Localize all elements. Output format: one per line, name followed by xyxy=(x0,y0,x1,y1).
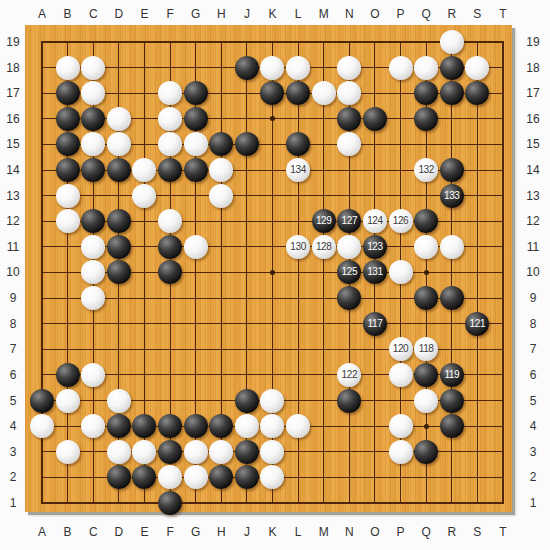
stone-black[interactable] xyxy=(235,465,259,489)
coordinate-label: 13 xyxy=(522,188,544,204)
move-number: 124 xyxy=(367,216,383,226)
stone-black[interactable] xyxy=(209,465,233,489)
stone-black[interactable]: 125 xyxy=(337,260,361,284)
stone-white[interactable]: 126 xyxy=(389,209,413,233)
coordinate-label: N xyxy=(338,6,360,22)
coordinate-label: 13 xyxy=(2,188,24,204)
stone-white[interactable] xyxy=(389,440,413,464)
coordinate-label: 1 xyxy=(522,495,544,511)
stone-black[interactable]: 119 xyxy=(440,363,464,387)
move-number: 128 xyxy=(316,242,332,252)
stone-black[interactable] xyxy=(132,465,156,489)
stone-black[interactable] xyxy=(209,132,233,156)
stone-white[interactable] xyxy=(81,81,105,105)
stone-black[interactable] xyxy=(414,107,438,131)
stone-black[interactable] xyxy=(235,56,259,80)
stone-white[interactable]: 120 xyxy=(389,337,413,361)
stone-white[interactable] xyxy=(184,235,208,259)
stone-black[interactable]: 129 xyxy=(312,209,336,233)
stone-black[interactable] xyxy=(107,235,131,259)
coordinate-label: P xyxy=(390,6,412,22)
coordinate-label: R xyxy=(441,6,463,22)
stone-white[interactable] xyxy=(158,107,182,131)
stone-black[interactable] xyxy=(56,158,80,182)
stone-white[interactable] xyxy=(81,363,105,387)
stone-white[interactable] xyxy=(337,132,361,156)
stone-white[interactable] xyxy=(260,440,284,464)
stone-white[interactable] xyxy=(209,184,233,208)
coordinate-label: N xyxy=(338,524,360,540)
stone-white[interactable] xyxy=(184,465,208,489)
stone-black[interactable] xyxy=(158,491,182,515)
stone-white[interactable] xyxy=(158,132,182,156)
stone-white[interactable] xyxy=(312,81,336,105)
stone-white[interactable] xyxy=(414,389,438,413)
move-number: 131 xyxy=(367,267,383,277)
move-number: 130 xyxy=(290,242,306,252)
stone-black[interactable]: 123 xyxy=(363,235,387,259)
coordinate-label: O xyxy=(364,524,386,540)
stone-white[interactable] xyxy=(56,56,80,80)
coordinate-label: 5 xyxy=(2,393,24,409)
stone-black[interactable] xyxy=(286,81,310,105)
stone-white[interactable] xyxy=(184,440,208,464)
stone-white[interactable] xyxy=(337,235,361,259)
move-number: 127 xyxy=(342,216,358,226)
move-number: 134 xyxy=(290,165,306,175)
stone-black[interactable] xyxy=(132,414,156,438)
stone-white[interactable] xyxy=(440,235,464,259)
move-number: 122 xyxy=(342,370,358,380)
coordinate-label: K xyxy=(261,6,283,22)
stone-black[interactable]: 127 xyxy=(337,209,361,233)
coordinate-label: 17 xyxy=(2,85,24,101)
stone-black[interactable] xyxy=(440,389,464,413)
coordinate-label: 3 xyxy=(522,444,544,460)
coordinate-label: 16 xyxy=(522,111,544,127)
coordinate-label: 16 xyxy=(2,111,24,127)
coordinate-label: 7 xyxy=(522,341,544,357)
coordinate-label: 14 xyxy=(2,162,24,178)
coordinate-label: 8 xyxy=(2,316,24,332)
stone-white[interactable] xyxy=(337,81,361,105)
coordinate-label: 11 xyxy=(522,239,544,255)
stone-black[interactable] xyxy=(440,158,464,182)
stone-white[interactable] xyxy=(81,414,105,438)
stone-black[interactable] xyxy=(260,81,284,105)
stone-black[interactable] xyxy=(107,414,131,438)
stone-white[interactable] xyxy=(30,414,54,438)
stone-black[interactable] xyxy=(107,158,131,182)
move-number: 119 xyxy=(444,370,459,380)
stone-black[interactable] xyxy=(414,81,438,105)
coordinate-label: 12 xyxy=(522,213,544,229)
stone-black[interactable] xyxy=(286,132,310,156)
stone-white[interactable] xyxy=(260,465,284,489)
stone-white[interactable] xyxy=(414,235,438,259)
coordinate-label: K xyxy=(261,524,283,540)
coordinate-label: 8 xyxy=(522,316,544,332)
stone-white[interactable] xyxy=(286,56,310,80)
coordinate-label: 9 xyxy=(522,290,544,306)
coordinate-label: T xyxy=(492,524,514,540)
coordinate-label: 3 xyxy=(2,444,24,460)
stone-white[interactable] xyxy=(465,56,489,80)
move-number: 123 xyxy=(367,242,383,252)
stone-white[interactable] xyxy=(56,389,80,413)
stone-white[interactable] xyxy=(132,158,156,182)
stone-black[interactable]: 121 xyxy=(465,312,489,336)
stone-black[interactable] xyxy=(158,414,182,438)
coordinate-label: O xyxy=(364,6,386,22)
move-number: 125 xyxy=(342,267,358,277)
stone-black[interactable] xyxy=(158,440,182,464)
stone-black[interactable] xyxy=(337,286,361,310)
stone-black[interactable]: 131 xyxy=(363,260,387,284)
stone-black[interactable] xyxy=(337,107,361,131)
stone-black[interactable]: 117 xyxy=(363,312,387,336)
stone-black[interactable] xyxy=(440,81,464,105)
coordinate-label: J xyxy=(236,6,258,22)
coordinate-label: 14 xyxy=(522,162,544,178)
stone-white[interactable] xyxy=(209,158,233,182)
stone-white[interactable]: 118 xyxy=(414,337,438,361)
stone-white[interactable] xyxy=(389,363,413,387)
stone-white[interactable] xyxy=(56,184,80,208)
coordinate-label: 4 xyxy=(522,418,544,434)
coordinate-label: J xyxy=(236,524,258,540)
stone-black[interactable] xyxy=(107,260,131,284)
stone-black[interactable] xyxy=(337,389,361,413)
stone-black[interactable] xyxy=(184,107,208,131)
stones-layer: 1341321331291271241261301281231251311171… xyxy=(29,29,516,516)
coordinate-label: E xyxy=(133,524,155,540)
stone-white[interactable] xyxy=(260,414,284,438)
coordinate-label: 12 xyxy=(2,213,24,229)
coordinate-label: 9 xyxy=(2,290,24,306)
coordinate-label: B xyxy=(57,524,79,540)
stone-black[interactable] xyxy=(363,107,387,131)
stone-white[interactable]: 128 xyxy=(312,235,336,259)
stone-black[interactable] xyxy=(440,56,464,80)
stone-black[interactable] xyxy=(81,158,105,182)
stone-white[interactable] xyxy=(158,465,182,489)
stone-white[interactable] xyxy=(81,260,105,284)
coordinate-label: 17 xyxy=(522,85,544,101)
stone-white[interactable] xyxy=(260,56,284,80)
coordinate-label: A xyxy=(31,6,53,22)
coordinate-label: F xyxy=(159,6,181,22)
stone-black[interactable] xyxy=(184,158,208,182)
stone-black[interactable] xyxy=(107,465,131,489)
stone-black[interactable] xyxy=(414,209,438,233)
stone-white[interactable]: 130 xyxy=(286,235,310,259)
coordinate-label: T xyxy=(492,6,514,22)
coordinate-label: Q xyxy=(415,6,437,22)
go-game-screenshot: ABCDEFGHJKLMNOPQRST ABCDEFGHJKLMNOPQRST … xyxy=(0,0,550,550)
stone-black[interactable] xyxy=(235,389,259,413)
move-number: 126 xyxy=(393,216,409,226)
stone-white[interactable] xyxy=(158,209,182,233)
stone-black[interactable] xyxy=(209,414,233,438)
coordinate-label: G xyxy=(185,524,207,540)
stone-white[interactable] xyxy=(81,286,105,310)
coordinate-label: S xyxy=(466,6,488,22)
coordinate-label: 4 xyxy=(2,418,24,434)
coordinate-label: C xyxy=(82,524,104,540)
stone-white[interactable] xyxy=(235,414,259,438)
coordinate-label: R xyxy=(441,524,463,540)
coordinate-label: S xyxy=(466,524,488,540)
stone-white[interactable] xyxy=(260,389,284,413)
coordinate-label: E xyxy=(133,6,155,22)
stone-white[interactable]: 134 xyxy=(286,158,310,182)
stone-white[interactable] xyxy=(56,209,80,233)
coordinate-label: 10 xyxy=(2,264,24,280)
coordinate-label: 2 xyxy=(2,469,24,485)
stone-black[interactable] xyxy=(235,440,259,464)
stone-white[interactable] xyxy=(158,81,182,105)
stone-black[interactable] xyxy=(440,286,464,310)
move-number: 117 xyxy=(368,319,383,329)
coordinate-label: 7 xyxy=(2,341,24,357)
stone-black[interactable] xyxy=(414,363,438,387)
stone-white[interactable]: 122 xyxy=(337,363,361,387)
stone-white[interactable] xyxy=(132,440,156,464)
goban[interactable]: 1341321331291271241261301281231251311171… xyxy=(25,25,512,512)
coordinate-label: L xyxy=(287,6,309,22)
stone-black[interactable] xyxy=(56,363,80,387)
coordinate-label: 1 xyxy=(2,495,24,511)
move-number: 132 xyxy=(418,165,434,175)
coordinate-label: P xyxy=(390,524,412,540)
stone-white[interactable]: 132 xyxy=(414,158,438,182)
coordinate-label: B xyxy=(57,6,79,22)
coordinate-label: 19 xyxy=(2,34,24,50)
stone-white[interactable] xyxy=(107,389,131,413)
stone-white[interactable] xyxy=(209,440,233,464)
stone-white[interactable] xyxy=(56,440,80,464)
stone-black[interactable] xyxy=(158,260,182,284)
stone-white[interactable] xyxy=(81,132,105,156)
stone-white[interactable] xyxy=(414,56,438,80)
coordinate-label: H xyxy=(210,6,232,22)
stone-white[interactable] xyxy=(389,260,413,284)
move-number: 133 xyxy=(444,191,460,201)
coordinate-label: 6 xyxy=(522,367,544,383)
coordinate-label: Q xyxy=(415,524,437,540)
stone-black[interactable] xyxy=(107,209,131,233)
coordinate-label: 18 xyxy=(522,60,544,76)
stone-white[interactable] xyxy=(389,56,413,80)
coordinate-label: 5 xyxy=(522,393,544,409)
move-number: 118 xyxy=(419,344,434,354)
move-number: 120 xyxy=(393,344,409,354)
stone-black[interactable] xyxy=(235,132,259,156)
stone-white[interactable] xyxy=(440,30,464,54)
stone-white[interactable] xyxy=(107,107,131,131)
coordinate-label: H xyxy=(210,524,232,540)
stone-black[interactable] xyxy=(56,107,80,131)
coordinate-label: A xyxy=(31,524,53,540)
coordinate-label: D xyxy=(108,524,130,540)
stone-black[interactable] xyxy=(184,81,208,105)
move-number: 121 xyxy=(470,319,486,329)
coordinate-label: D xyxy=(108,6,130,22)
coordinate-label: 10 xyxy=(522,264,544,280)
stone-black[interactable] xyxy=(440,414,464,438)
coordinate-label: 11 xyxy=(2,239,24,255)
stone-black[interactable]: 133 xyxy=(440,184,464,208)
stone-black[interactable] xyxy=(30,389,54,413)
stone-black[interactable] xyxy=(414,440,438,464)
stone-white[interactable] xyxy=(81,235,105,259)
stone-black[interactable] xyxy=(81,107,105,131)
move-number: 129 xyxy=(316,216,332,226)
coordinate-label: G xyxy=(185,6,207,22)
coordinate-label: 15 xyxy=(522,136,544,152)
coordinate-label: 15 xyxy=(2,136,24,152)
stone-white[interactable] xyxy=(184,132,208,156)
coordinate-label: 2 xyxy=(522,469,544,485)
stone-black[interactable] xyxy=(184,414,208,438)
coordinate-label: L xyxy=(287,524,309,540)
stone-black[interactable] xyxy=(465,81,489,105)
coordinate-label: F xyxy=(159,524,181,540)
stone-white[interactable] xyxy=(107,440,131,464)
stone-black[interactable] xyxy=(56,132,80,156)
stone-white[interactable] xyxy=(81,56,105,80)
stone-black[interactable] xyxy=(414,286,438,310)
stone-black[interactable] xyxy=(158,235,182,259)
coordinate-label: 6 xyxy=(2,367,24,383)
stone-black[interactable] xyxy=(56,81,80,105)
coordinate-label: 19 xyxy=(522,34,544,50)
stone-white[interactable] xyxy=(337,56,361,80)
coordinate-label: M xyxy=(313,6,335,22)
stone-white[interactable] xyxy=(132,184,156,208)
coordinate-label: M xyxy=(313,524,335,540)
stone-white[interactable] xyxy=(107,132,131,156)
stone-white[interactable] xyxy=(286,414,310,438)
stone-black[interactable] xyxy=(81,209,105,233)
coordinate-label: C xyxy=(82,6,104,22)
coordinate-label: 18 xyxy=(2,60,24,76)
stone-white[interactable]: 124 xyxy=(363,209,387,233)
stone-black[interactable] xyxy=(158,158,182,182)
stone-white[interactable] xyxy=(389,414,413,438)
